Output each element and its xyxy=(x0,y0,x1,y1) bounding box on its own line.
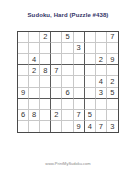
sudoku-cell-r1c4 xyxy=(51,32,62,43)
sudoku-cell-r6c5: 6 xyxy=(62,88,73,99)
sudoku-cell-r2c7 xyxy=(85,43,96,54)
sudoku-cell-r4c7 xyxy=(85,65,96,76)
sudoku-cell-r3c4 xyxy=(51,54,62,65)
sudoku-cell-r5c2 xyxy=(29,76,40,87)
sudoku-cell-r2c1 xyxy=(18,43,29,54)
sudoku-cell-r8c1: 6 xyxy=(18,110,29,121)
sudoku-cell-r9c8: 7 xyxy=(96,121,107,132)
sudoku-cell-r2c2 xyxy=(29,43,40,54)
footer-url: www.PrintMySudoku.com xyxy=(0,161,136,166)
sudoku-cell-r3c5 xyxy=(62,54,73,65)
puzzle-title: Sudoku, Hard (Puzzle #438) xyxy=(0,12,136,18)
sudoku-cell-r8c3 xyxy=(40,110,51,121)
sudoku-cell-r9c6: 9 xyxy=(74,121,85,132)
sudoku-cell-r2c5 xyxy=(62,43,73,54)
sudoku-cell-r6c6 xyxy=(74,88,85,99)
sudoku-grid: 2573429287429635682759473 xyxy=(17,31,119,133)
sudoku-cell-r7c5 xyxy=(62,99,73,110)
sudoku-cell-r1c3: 2 xyxy=(40,32,51,43)
sudoku-cell-r8c6: 7 xyxy=(74,110,85,121)
sudoku-cell-r3c6 xyxy=(74,54,85,65)
sudoku-cell-r8c9 xyxy=(107,110,118,121)
sudoku-cell-r7c8 xyxy=(96,99,107,110)
sudoku-cell-r9c2 xyxy=(29,121,40,132)
sudoku-cell-r4c6 xyxy=(74,65,85,76)
sudoku-cell-r4c9 xyxy=(107,65,118,76)
sudoku-cell-r5c3 xyxy=(40,76,51,87)
sudoku-cell-r7c7 xyxy=(85,99,96,110)
sudoku-cell-r2c8 xyxy=(96,43,107,54)
sudoku-cell-r3c8: 2 xyxy=(96,54,107,65)
sudoku-cell-r8c2: 8 xyxy=(29,110,40,121)
sudoku-cell-r1c9: 7 xyxy=(107,32,118,43)
sudoku-cell-r8c8 xyxy=(96,110,107,121)
sudoku-cell-r9c1 xyxy=(18,121,29,132)
sudoku-cell-r5c7 xyxy=(85,76,96,87)
sudoku-cell-r6c3 xyxy=(40,88,51,99)
sudoku-cell-r1c5: 5 xyxy=(62,32,73,43)
sudoku-cell-r5c1 xyxy=(18,76,29,87)
sudoku-cell-r9c5 xyxy=(62,121,73,132)
sudoku-cell-r3c3 xyxy=(40,54,51,65)
sudoku-cell-r4c2: 2 xyxy=(29,65,40,76)
sudoku-cell-r5c6 xyxy=(74,76,85,87)
sudoku-cell-r3c1 xyxy=(18,54,29,65)
sudoku-cell-r9c9: 3 xyxy=(107,121,118,132)
sudoku-cell-r7c6 xyxy=(74,99,85,110)
sudoku-cell-r4c8 xyxy=(96,65,107,76)
sudoku-cell-r6c4 xyxy=(51,88,62,99)
sudoku-cell-r9c4 xyxy=(51,121,62,132)
sudoku-cell-r7c1 xyxy=(18,99,29,110)
sudoku-cell-r9c7: 4 xyxy=(85,121,96,132)
sudoku-cell-r2c9 xyxy=(107,43,118,54)
page: Sudoku, Hard (Puzzle #438) 2573429287429… xyxy=(0,0,136,176)
sudoku-cell-r4c3: 8 xyxy=(40,65,51,76)
sudoku-cell-r2c3 xyxy=(40,43,51,54)
sudoku-cell-r5c8: 4 xyxy=(96,76,107,87)
sudoku-cell-r3c2: 4 xyxy=(29,54,40,65)
sudoku-cell-r8c5 xyxy=(62,110,73,121)
sudoku-cell-r2c4 xyxy=(51,43,62,54)
sudoku-cell-r2c6: 3 xyxy=(74,43,85,54)
sudoku-cell-r3c7 xyxy=(85,54,96,65)
sudoku-cell-r7c4 xyxy=(51,99,62,110)
sudoku-cell-r7c2 xyxy=(29,99,40,110)
sudoku-cell-r7c9 xyxy=(107,99,118,110)
sudoku-cell-r8c7: 5 xyxy=(85,110,96,121)
sudoku-cell-r6c8: 3 xyxy=(96,88,107,99)
sudoku-cell-r5c5 xyxy=(62,76,73,87)
sudoku-cell-r7c3 xyxy=(40,99,51,110)
sudoku-cell-r9c3 xyxy=(40,121,51,132)
sudoku-cell-r1c6 xyxy=(74,32,85,43)
sudoku-cell-r1c1 xyxy=(18,32,29,43)
sudoku-cell-r1c8 xyxy=(96,32,107,43)
sudoku-cell-r4c5 xyxy=(62,65,73,76)
sudoku-cell-r6c2 xyxy=(29,88,40,99)
sudoku-cell-r8c4: 2 xyxy=(51,110,62,121)
sudoku-cell-r6c9: 5 xyxy=(107,88,118,99)
sudoku-cell-r6c1: 9 xyxy=(18,88,29,99)
sudoku-cell-r1c7 xyxy=(85,32,96,43)
sudoku-cell-r4c1 xyxy=(18,65,29,76)
sudoku-cell-r6c7 xyxy=(85,88,96,99)
sudoku-cell-r5c4 xyxy=(51,76,62,87)
sudoku-cell-r1c2 xyxy=(29,32,40,43)
sudoku-cell-r3c9: 9 xyxy=(107,54,118,65)
sudoku-cell-r4c4: 7 xyxy=(51,65,62,76)
sudoku-cell-r5c9: 2 xyxy=(107,76,118,87)
